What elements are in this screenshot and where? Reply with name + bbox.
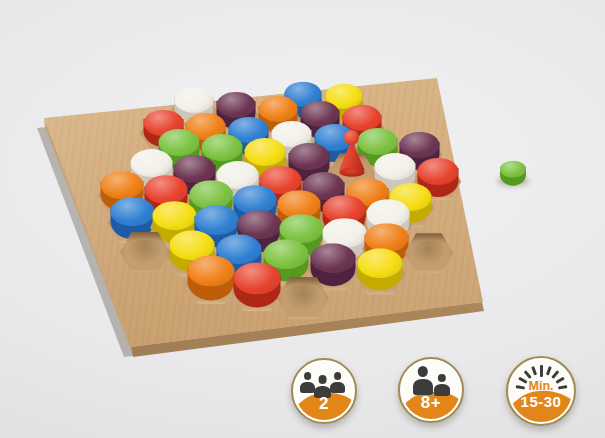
product-photo-scene: 2 8+ Min. 15-30 — [0, 0, 605, 438]
disc-top — [358, 248, 403, 278]
players-badge: 2 — [291, 358, 357, 424]
disc-top — [234, 263, 281, 294]
empty-cell[interactable] — [402, 233, 455, 273]
disc-top — [188, 255, 235, 286]
minutes-label: Min. — [510, 379, 572, 393]
empty-cell[interactable] — [118, 232, 172, 273]
adult-icon — [413, 366, 433, 395]
age-value: 8+ — [402, 393, 460, 413]
orange-disc[interactable] — [188, 255, 235, 300]
disc-top — [375, 153, 416, 180]
cell-recess — [118, 232, 172, 273]
cell-recess — [275, 277, 331, 319]
disc-top — [418, 158, 459, 185]
person-icon — [330, 372, 345, 393]
yellow-disc[interactable] — [358, 248, 403, 291]
cell-recess — [402, 233, 455, 273]
players-badge-face: 2 — [295, 362, 353, 420]
duration-badge: Min. 15-30 — [506, 356, 576, 426]
red-disc[interactable] — [234, 263, 281, 308]
pawn-head — [344, 130, 359, 145]
empty-cell[interactable] — [275, 277, 331, 319]
disc-top — [101, 171, 144, 200]
duration-badge-face: Min. 15-30 — [510, 360, 572, 422]
loose-green-disc[interactable] — [498, 165, 528, 187]
age-badge-face: 8+ — [402, 361, 460, 419]
disc-top — [311, 243, 356, 273]
person-icon — [300, 372, 315, 393]
green-disc[interactable] — [500, 161, 526, 186]
age-badge: 8+ — [398, 357, 464, 423]
players-count: 2 — [295, 394, 353, 414]
board-cell[interactable] — [353, 254, 407, 295]
duration-value: 15-30 — [510, 393, 572, 410]
red-pawn[interactable] — [338, 130, 365, 177]
